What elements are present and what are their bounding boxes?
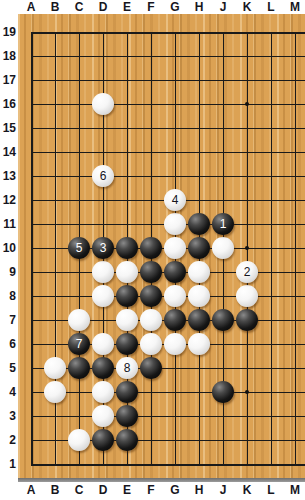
row-label-5: 5 — [0, 361, 16, 375]
stone-white-F6[interactable] — [140, 333, 162, 355]
stone-black-E10[interactable] — [116, 237, 138, 259]
stone-white-move-6[interactable]: 6 — [92, 165, 114, 187]
column-label-top-M: M — [287, 0, 303, 14]
column-label-bottom-F: F — [143, 483, 159, 497]
column-label-top-E: E — [119, 0, 135, 14]
stone-black-D5[interactable] — [92, 357, 114, 379]
stone-black-move-1[interactable]: 1 — [212, 213, 234, 235]
row-label-1: 1 — [0, 457, 16, 471]
board-shadow — [18, 478, 305, 482]
stone-black-E3[interactable] — [116, 405, 138, 427]
stone-black-H11[interactable] — [188, 213, 210, 235]
go-board-page: ABCDEFGHJKLM 191817161514131211109876543… — [0, 0, 305, 500]
column-label-top-J: J — [215, 0, 231, 14]
row-label-12: 12 — [0, 193, 16, 207]
row-label-15: 15 — [0, 121, 16, 135]
column-label-bottom-H: H — [191, 483, 207, 497]
stone-black-J7[interactable] — [212, 309, 234, 331]
row-label-14: 14 — [0, 145, 16, 159]
stone-black-E4[interactable] — [116, 381, 138, 403]
star-point-K16 — [245, 102, 249, 106]
stone-white-H8[interactable] — [188, 285, 210, 307]
stone-black-move-3[interactable]: 3 — [92, 237, 114, 259]
row-label-7: 7 — [0, 313, 16, 327]
stone-black-H10[interactable] — [188, 237, 210, 259]
row-label-3: 3 — [0, 409, 16, 423]
stone-white-G11[interactable] — [164, 213, 186, 235]
stone-black-E8[interactable] — [116, 285, 138, 307]
column-label-top-F: F — [143, 0, 159, 14]
stone-white-C7[interactable] — [68, 309, 90, 331]
stone-white-F7[interactable] — [140, 309, 162, 331]
go-board[interactable]: 12345678 — [18, 14, 305, 478]
row-label-16: 16 — [0, 97, 16, 111]
column-label-bottom-K: K — [239, 483, 255, 497]
column-label-top-A: A — [23, 0, 39, 14]
stone-white-D8[interactable] — [92, 285, 114, 307]
stone-black-E6[interactable] — [116, 333, 138, 355]
column-label-bottom-J: J — [215, 483, 231, 497]
stone-black-F10[interactable] — [140, 237, 162, 259]
stone-black-G7[interactable] — [164, 309, 186, 331]
column-label-top-B: B — [47, 0, 63, 14]
row-label-10: 10 — [0, 241, 16, 255]
row-label-18: 18 — [0, 49, 16, 63]
stone-black-move-7[interactable]: 7 — [68, 333, 90, 355]
column-label-bottom-C: C — [71, 483, 87, 497]
stone-white-D4[interactable] — [92, 381, 114, 403]
column-label-bottom-A: A — [23, 483, 39, 497]
column-label-bottom-L: L — [263, 483, 279, 497]
stone-white-move-2[interactable]: 2 — [236, 261, 258, 283]
row-label-9: 9 — [0, 265, 16, 279]
stone-white-move-4[interactable]: 4 — [164, 189, 186, 211]
row-label-8: 8 — [0, 289, 16, 303]
stone-white-B4[interactable] — [44, 381, 66, 403]
stone-white-G8[interactable] — [164, 285, 186, 307]
row-label-17: 17 — [0, 73, 16, 87]
stone-white-H6[interactable] — [188, 333, 210, 355]
star-point-K10 — [245, 246, 249, 250]
stone-black-F5[interactable] — [140, 357, 162, 379]
column-label-top-L: L — [263, 0, 279, 14]
stone-white-E7[interactable] — [116, 309, 138, 331]
stone-white-move-8[interactable]: 8 — [116, 357, 138, 379]
column-label-bottom-M: M — [287, 483, 303, 497]
row-label-2: 2 — [0, 433, 16, 447]
stone-white-H9[interactable] — [188, 261, 210, 283]
stone-black-C5[interactable] — [68, 357, 90, 379]
column-label-bottom-G: G — [167, 483, 183, 497]
stone-black-J4[interactable] — [212, 381, 234, 403]
stone-black-D2[interactable] — [92, 429, 114, 451]
stone-white-C2[interactable] — [68, 429, 90, 451]
stone-white-K8[interactable] — [236, 285, 258, 307]
stone-white-J10[interactable] — [212, 237, 234, 259]
stone-white-D6[interactable] — [92, 333, 114, 355]
stone-black-K7[interactable] — [236, 309, 258, 331]
stone-white-D16[interactable] — [92, 93, 114, 115]
stone-white-D3[interactable] — [92, 405, 114, 427]
stone-white-D9[interactable] — [92, 261, 114, 283]
column-label-top-C: C — [71, 0, 87, 14]
stone-black-G9[interactable] — [164, 261, 186, 283]
stone-white-G10[interactable] — [164, 237, 186, 259]
row-label-19: 19 — [0, 25, 16, 39]
stone-black-H7[interactable] — [188, 309, 210, 331]
row-label-4: 4 — [0, 385, 16, 399]
column-label-bottom-D: D — [95, 483, 111, 497]
stone-black-E2[interactable] — [116, 429, 138, 451]
stone-white-B5[interactable] — [44, 357, 66, 379]
column-label-top-D: D — [95, 0, 111, 14]
column-label-top-H: H — [191, 0, 207, 14]
stone-white-G6[interactable] — [164, 333, 186, 355]
column-label-top-K: K — [239, 0, 255, 14]
stone-white-E9[interactable] — [116, 261, 138, 283]
row-label-11: 11 — [0, 217, 16, 231]
column-label-bottom-B: B — [47, 483, 63, 497]
column-label-top-G: G — [167, 0, 183, 14]
column-label-bottom-E: E — [119, 483, 135, 497]
stone-black-move-5[interactable]: 5 — [68, 237, 90, 259]
row-label-6: 6 — [0, 337, 16, 351]
row-label-13: 13 — [0, 169, 16, 183]
stone-black-F9[interactable] — [140, 261, 162, 283]
stone-black-F8[interactable] — [140, 285, 162, 307]
star-point-K4 — [245, 390, 249, 394]
